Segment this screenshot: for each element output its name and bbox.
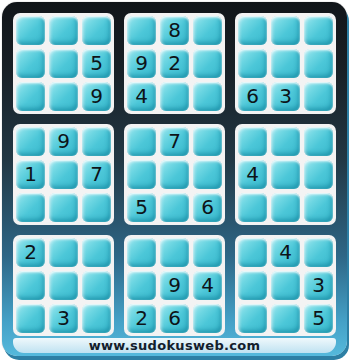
cell-r4c8[interactable] xyxy=(271,127,300,156)
cell-r4c5[interactable]: 7 xyxy=(160,127,189,156)
box-9: 435 xyxy=(235,235,336,336)
cell-r8c9[interactable]: 3 xyxy=(304,271,333,300)
box-3: 63 xyxy=(235,13,336,114)
cell-r2c5[interactable]: 2 xyxy=(160,49,189,78)
cell-r7c4[interactable] xyxy=(127,238,156,267)
cell-r2c4[interactable]: 9 xyxy=(127,49,156,78)
cell-r3c5[interactable] xyxy=(160,82,189,111)
box-8: 9426 xyxy=(124,235,225,336)
box-4: 917 xyxy=(13,124,114,225)
cell-r5c1[interactable]: 1 xyxy=(16,160,45,189)
cell-r8c4[interactable] xyxy=(127,271,156,300)
cell-r5c2[interactable] xyxy=(49,160,78,189)
cell-r7c7[interactable] xyxy=(238,238,267,267)
cell-r5c4[interactable] xyxy=(127,160,156,189)
cell-r9c9[interactable]: 5 xyxy=(304,304,333,333)
cell-r5c3[interactable]: 7 xyxy=(82,160,111,189)
cell-r8c3[interactable] xyxy=(82,271,111,300)
cell-r9c8[interactable] xyxy=(271,304,300,333)
cell-r8c5[interactable]: 9 xyxy=(160,271,189,300)
cell-r1c7[interactable] xyxy=(238,16,267,45)
cell-r1c5[interactable]: 8 xyxy=(160,16,189,45)
cell-r6c3[interactable] xyxy=(82,193,111,222)
cell-r6c1[interactable] xyxy=(16,193,45,222)
cell-r6c4[interactable]: 5 xyxy=(127,193,156,222)
cell-r8c8[interactable] xyxy=(271,271,300,300)
cell-r2c3[interactable]: 5 xyxy=(82,49,111,78)
cell-r7c8[interactable]: 4 xyxy=(271,238,300,267)
cell-r4c6[interactable] xyxy=(193,127,222,156)
cell-r4c1[interactable] xyxy=(16,127,45,156)
cell-r6c8[interactable] xyxy=(271,193,300,222)
cell-r9c5[interactable]: 6 xyxy=(160,304,189,333)
cell-r2c1[interactable] xyxy=(16,49,45,78)
cell-r1c9[interactable] xyxy=(304,16,333,45)
site-link[interactable]: www.sudokusweb.com xyxy=(13,338,336,353)
cell-r5c6[interactable] xyxy=(193,160,222,189)
cell-r3c8[interactable]: 3 xyxy=(271,82,300,111)
cell-r9c2[interactable]: 3 xyxy=(49,304,78,333)
cell-r6c5[interactable] xyxy=(160,193,189,222)
cell-r4c4[interactable] xyxy=(127,127,156,156)
cell-r7c2[interactable] xyxy=(49,238,78,267)
cell-r9c1[interactable] xyxy=(16,304,45,333)
cell-r9c6[interactable] xyxy=(193,304,222,333)
cell-r5c7[interactable]: 4 xyxy=(238,160,267,189)
cell-r7c5[interactable] xyxy=(160,238,189,267)
cell-r3c1[interactable] xyxy=(16,82,45,111)
cell-r1c6[interactable] xyxy=(193,16,222,45)
cell-r4c7[interactable] xyxy=(238,127,267,156)
cell-r7c9[interactable] xyxy=(304,238,333,267)
cell-r7c1[interactable]: 2 xyxy=(16,238,45,267)
cell-r3c6[interactable] xyxy=(193,82,222,111)
cell-r3c7[interactable]: 6 xyxy=(238,82,267,111)
cell-r9c7[interactable] xyxy=(238,304,267,333)
cell-r3c3[interactable]: 9 xyxy=(82,82,111,111)
cell-r2c2[interactable] xyxy=(49,49,78,78)
cell-r8c1[interactable] xyxy=(16,271,45,300)
cell-r1c8[interactable] xyxy=(271,16,300,45)
cell-r9c3[interactable] xyxy=(82,304,111,333)
cell-r1c4[interactable] xyxy=(127,16,156,45)
cell-r6c7[interactable] xyxy=(238,193,267,222)
cell-r7c3[interactable] xyxy=(82,238,111,267)
cell-r3c4[interactable]: 4 xyxy=(127,82,156,111)
cell-r2c6[interactable] xyxy=(193,49,222,78)
cell-r1c1[interactable] xyxy=(16,16,45,45)
cell-r4c2[interactable]: 9 xyxy=(49,127,78,156)
cell-r4c9[interactable] xyxy=(304,127,333,156)
sudoku-board: 598924639177564239426435 www.sudokusweb.… xyxy=(2,2,347,356)
cell-r3c9[interactable] xyxy=(304,82,333,111)
cell-r6c6[interactable]: 6 xyxy=(193,193,222,222)
cell-r2c8[interactable] xyxy=(271,49,300,78)
box-6: 4 xyxy=(235,124,336,225)
cell-r6c9[interactable] xyxy=(304,193,333,222)
cell-r6c2[interactable] xyxy=(49,193,78,222)
box-1: 59 xyxy=(13,13,114,114)
cell-r5c9[interactable] xyxy=(304,160,333,189)
cell-r4c3[interactable] xyxy=(82,127,111,156)
cell-r3c2[interactable] xyxy=(49,82,78,111)
cell-r5c5[interactable] xyxy=(160,160,189,189)
cell-r1c2[interactable] xyxy=(49,16,78,45)
sudoku-grid: 598924639177564239426435 xyxy=(13,13,336,336)
box-2: 8924 xyxy=(124,13,225,114)
cell-r9c4[interactable]: 2 xyxy=(127,304,156,333)
cell-r1c3[interactable] xyxy=(82,16,111,45)
cell-r2c9[interactable] xyxy=(304,49,333,78)
cell-r8c2[interactable] xyxy=(49,271,78,300)
box-5: 756 xyxy=(124,124,225,225)
cell-r7c6[interactable] xyxy=(193,238,222,267)
cell-r8c6[interactable]: 4 xyxy=(193,271,222,300)
cell-r2c7[interactable] xyxy=(238,49,267,78)
cell-r8c7[interactable] xyxy=(238,271,267,300)
cell-r5c8[interactable] xyxy=(271,160,300,189)
box-7: 23 xyxy=(13,235,114,336)
